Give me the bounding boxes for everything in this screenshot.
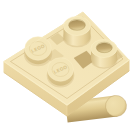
solid-stud-front: LEGO (48, 58, 74, 86)
open-stud-back-hole (69, 20, 86, 31)
solid-stud-back-left: LEGO (25, 37, 51, 65)
lego-part-render: LEGO modified 2x2 plate, tan (0, 0, 135, 135)
open-stud-right-hole (96, 43, 112, 53)
product-image-stage: LEGO modified 2x2 plate, tan (0, 0, 135, 135)
open-stud-back (64, 17, 91, 47)
